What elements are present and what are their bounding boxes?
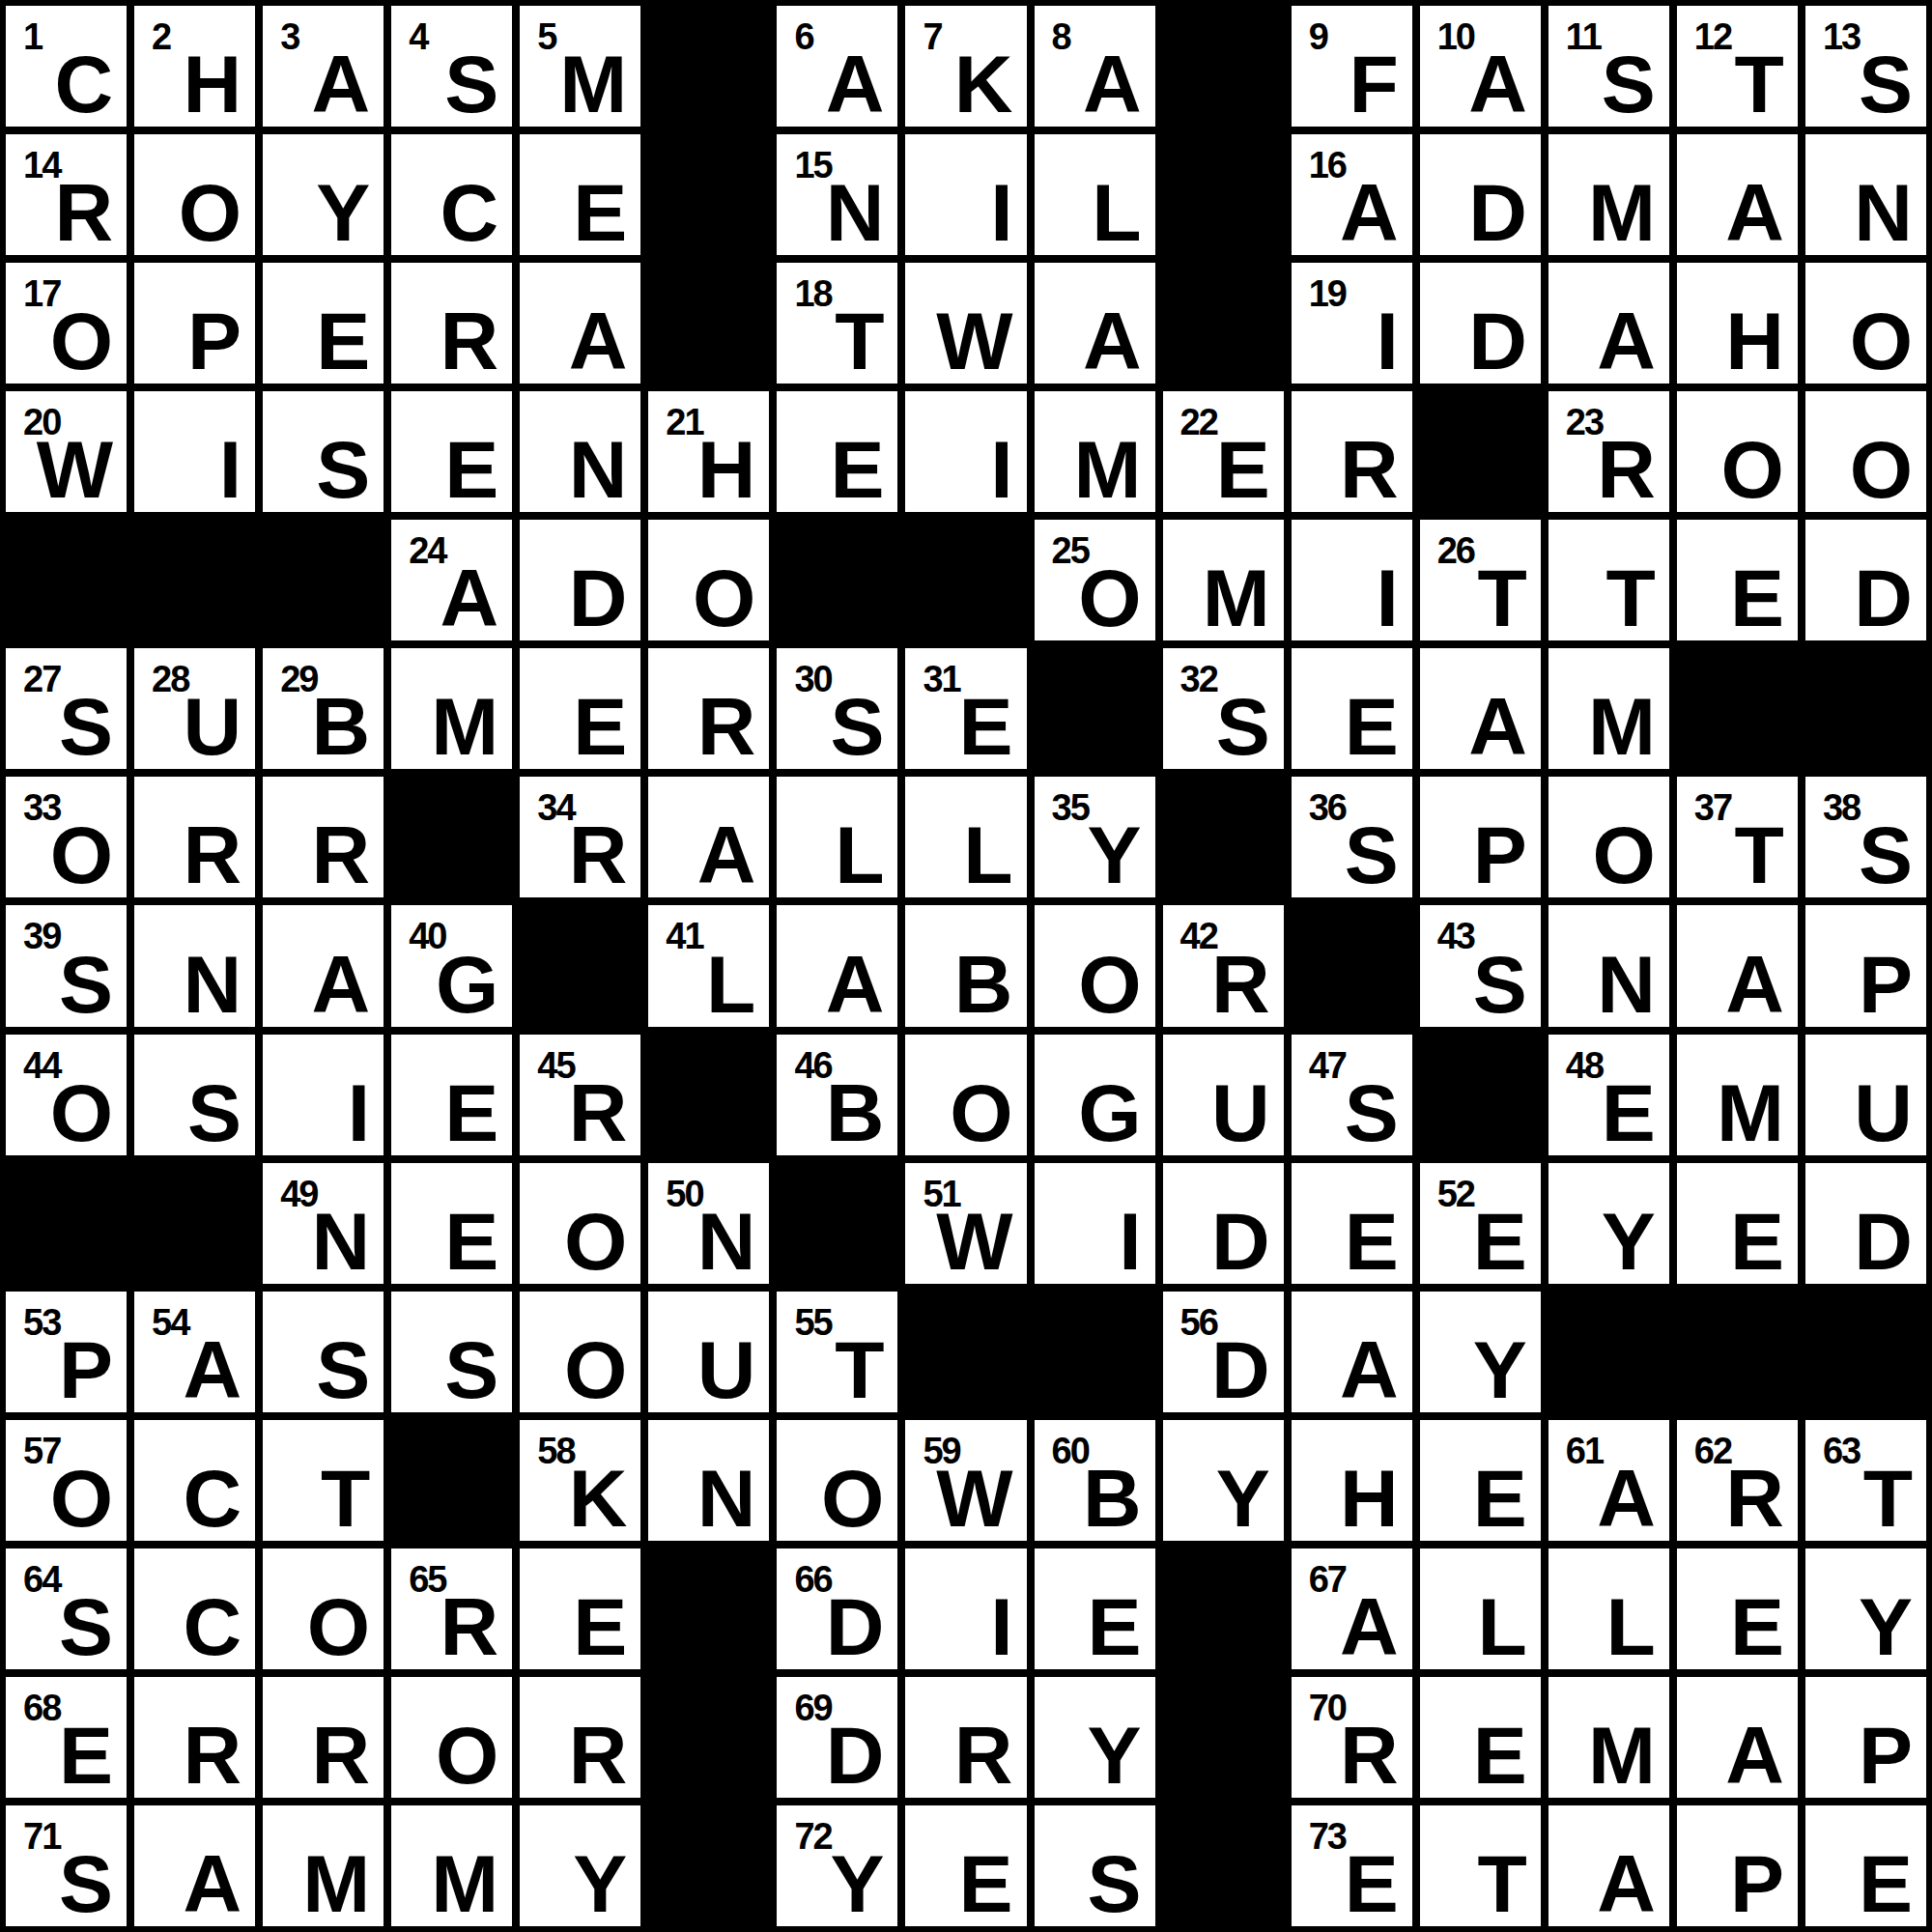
cell-r14c1[interactable]: 68E [6,1677,127,1798]
cell-r9c3[interactable]: I [263,1035,384,1155]
cell-r3c9[interactable]: A [1035,263,1155,384]
cell-letter: A [1468,43,1527,125]
clue-number: 9 [1309,18,1327,55]
cell-r5c15[interactable]: D [1805,520,1926,640]
clue-number: 36 [1309,789,1346,826]
cell-r3c8[interactable]: W [905,263,1026,384]
cell-letter: M [1588,172,1656,253]
cell-letter: E [1216,429,1270,510]
cell-r8c2[interactable]: N [134,905,255,1026]
cell-r4c9[interactable]: M [1035,391,1155,512]
cell-r1c9[interactable]: 8A [1035,6,1155,127]
cell-r8c4[interactable]: 40G [391,905,512,1026]
cell-r13c12[interactable]: L [1420,1548,1541,1669]
cell-letter: T [1477,1843,1526,1924]
cell-r7c9[interactable]: 35Y [1035,777,1155,897]
clue-number: 22 [1180,404,1217,440]
cell-letter: A [1468,686,1527,767]
cell-r15c9[interactable]: S [1035,1805,1155,1926]
cell-letter: E [573,686,627,767]
cell-letter: E [1730,1586,1784,1667]
cell-letter: S [59,686,113,767]
cell-r9c7[interactable]: 46B [777,1035,897,1155]
cell-r9c1[interactable]: 44O [6,1035,127,1155]
black-cell-r11c8 [905,1292,1026,1412]
cell-r10c15[interactable]: D [1805,1163,1926,1284]
black-cell-r5c7 [777,520,897,640]
cell-r7c12[interactable]: P [1420,777,1541,897]
cell-r8c10[interactable]: 42R [1163,905,1284,1026]
cell-r11c3[interactable]: S [263,1292,384,1412]
black-cell-r10c1 [6,1163,127,1284]
cell-r5c12[interactable]: 26T [1420,520,1541,640]
cell-r2c2[interactable]: O [134,134,255,255]
cell-r13c3[interactable]: O [263,1548,384,1669]
cell-r15c11[interactable]: 73E [1292,1805,1412,1926]
cell-r8c1[interactable]: 39S [6,905,127,1026]
cell-r3c1[interactable]: 17O [6,263,127,384]
cell-r7c7[interactable]: L [777,777,897,897]
cell-letter: S [444,1329,498,1410]
cell-letter: S [59,1586,113,1667]
cell-r15c3[interactable]: M [263,1805,384,1926]
cell-r1c3[interactable]: 3A [263,6,384,127]
cell-r4c11[interactable]: R [1292,391,1412,512]
cell-letter: S [187,1072,241,1153]
cell-letter: D [569,557,628,639]
cell-letter: D [1468,300,1527,382]
cell-r6c13[interactable]: M [1548,648,1669,769]
cell-letter: R [1211,944,1270,1025]
cell-letter: N [569,429,628,510]
clue-number: 26 [1437,532,1474,569]
cell-letter: T [1735,43,1784,125]
cell-letter: Y [573,1843,627,1924]
cell-letter: S [1345,814,1399,895]
cell-r4c14[interactable]: O [1677,391,1798,512]
cell-r2c11[interactable]: 16A [1292,134,1412,255]
cell-r7c5[interactable]: 34R [520,777,640,897]
cell-r7c3[interactable]: R [263,777,384,897]
cell-letter: S [316,1329,370,1410]
cell-r9c2[interactable]: S [134,1035,255,1155]
cell-r8c6[interactable]: 41L [648,905,769,1026]
cell-letter: I [990,429,1012,510]
cell-letter: P [1730,1843,1784,1924]
cell-r15c7[interactable]: 72Y [777,1805,897,1926]
cell-r13c4[interactable]: 65R [391,1548,512,1669]
cell-letter: S [1473,944,1527,1025]
cell-r3c15[interactable]: O [1805,263,1926,384]
cell-r5c6[interactable]: O [648,520,769,640]
cell-r12c6[interactable]: N [648,1420,769,1541]
cell-letter: O [950,1072,1012,1153]
cell-r5c9[interactable]: 25O [1035,520,1155,640]
black-cell-r5c1 [6,520,127,640]
cell-r7c11[interactable]: 36S [1292,777,1412,897]
cell-letter: E [830,429,884,510]
cell-r9c8[interactable]: O [905,1035,1026,1155]
cell-r5c14[interactable]: E [1677,520,1798,640]
cell-r13c5[interactable]: E [520,1548,640,1669]
cell-r6c12[interactable]: A [1420,648,1541,769]
cell-r8c7[interactable]: A [777,905,897,1026]
cell-r10c8[interactable]: 51W [905,1163,1026,1284]
cell-r11c7[interactable]: 55T [777,1292,897,1412]
cell-r15c13[interactable]: A [1548,1805,1669,1926]
cell-r1c1[interactable]: 1C [6,6,127,127]
cell-r14c4[interactable]: O [391,1677,512,1798]
cell-r15c1[interactable]: 71S [6,1805,127,1926]
cell-r3c4[interactable]: R [391,263,512,384]
cell-r1c4[interactable]: 4S [391,6,512,127]
cell-r2c12[interactable]: D [1420,134,1541,255]
cell-r1c15[interactable]: 13S [1805,6,1926,127]
cell-r1c11[interactable]: 9F [1292,6,1412,127]
cell-r8c12[interactable]: 43S [1420,905,1541,1026]
cell-letter: E [1345,1201,1399,1282]
cell-r15c14[interactable]: P [1677,1805,1798,1926]
cell-letter: U [1854,1072,1913,1153]
cell-letter: D [1854,1201,1913,1282]
cell-r5c10[interactable]: M [1163,520,1284,640]
cell-r13c7[interactable]: 66D [777,1548,897,1669]
cell-r6c1[interactable]: 27S [6,648,127,769]
cell-r2c1[interactable]: 14R [6,134,127,255]
cell-r13c8[interactable]: I [905,1548,1026,1669]
cell-r2c9[interactable]: L [1035,134,1155,255]
cell-r12c11[interactable]: H [1292,1420,1412,1541]
cell-letter: R [569,814,628,895]
cell-r4c2[interactable]: I [134,391,255,512]
cell-letter: I [1376,300,1398,382]
clue-number: 5 [537,18,555,55]
cell-r1c7[interactable]: 6A [777,6,897,127]
cell-r3c2[interactable]: P [134,263,255,384]
cell-letter: E [1088,1586,1142,1667]
cell-r15c4[interactable]: M [391,1805,512,1926]
black-cell-r6c9 [1035,648,1155,769]
clue-number: 37 [1694,789,1731,826]
cell-r13c1[interactable]: 64S [6,1548,127,1669]
cell-r11c5[interactable]: O [520,1292,640,1412]
cell-r6c4[interactable]: M [391,648,512,769]
cell-r14c14[interactable]: A [1677,1677,1798,1798]
cell-letter: M [431,686,498,767]
cell-r9c13[interactable]: 48E [1548,1035,1669,1155]
cell-r11c4[interactable]: S [391,1292,512,1412]
cell-r10c4[interactable]: E [391,1163,512,1284]
clue-number: 39 [23,918,60,954]
cell-r12c10[interactable]: Y [1163,1420,1284,1541]
cell-letter: Y [1216,1458,1270,1539]
clue-number: 27 [23,661,60,697]
cell-r9c5[interactable]: 45R [520,1035,640,1155]
cell-letter: R [183,1715,241,1796]
cell-r11c12[interactable]: Y [1420,1292,1541,1412]
cell-r3c7[interactable]: 18T [777,263,897,384]
cell-letter: B [954,944,1013,1025]
cell-r14c2[interactable]: R [134,1677,255,1798]
cell-r12c3[interactable]: T [263,1420,384,1541]
cell-r8c13[interactable]: N [1548,905,1669,1026]
clue-number: 19 [1309,275,1346,312]
clue-number: 4 [409,18,427,55]
cell-letter: P [1473,814,1527,895]
cell-r8c8[interactable]: B [905,905,1026,1026]
cell-r2c13[interactable]: M [1548,134,1669,255]
cell-letter: A [312,43,371,125]
cell-r12c14[interactable]: 62R [1677,1420,1798,1541]
cell-letter: I [219,429,241,510]
cell-r14c5[interactable]: R [520,1677,640,1798]
cell-letter: S [1859,43,1913,125]
black-cell-r14c6 [648,1677,769,1798]
cell-r11c2[interactable]: 54A [134,1292,255,1412]
cell-letter: R [440,1586,499,1667]
cell-letter: M [302,1843,370,1924]
cell-r7c8[interactable]: L [905,777,1026,897]
cell-r13c14[interactable]: E [1677,1548,1798,1669]
cell-r8c3[interactable]: A [263,905,384,1026]
cell-r9c14[interactable]: M [1677,1035,1798,1155]
cell-letter: M [431,1843,498,1924]
cell-r10c10[interactable]: D [1163,1163,1284,1284]
cell-r4c8[interactable]: I [905,391,1026,512]
cell-letter: L [963,814,1012,895]
cell-r3c3[interactable]: E [263,263,384,384]
cell-letter: H [1340,1458,1399,1539]
cell-letter: T [1863,1458,1913,1539]
cell-r1c5[interactable]: 5M [520,6,640,127]
cell-letter: E [444,429,498,510]
cell-r6c3[interactable]: 29B [263,648,384,769]
cell-letter: N [1597,944,1656,1025]
cell-r4c4[interactable]: E [391,391,512,512]
cell-r2c5[interactable]: E [520,134,640,255]
cell-letter: R [183,814,241,895]
cell-r5c5[interactable]: D [520,520,640,640]
cell-r13c2[interactable]: C [134,1548,255,1669]
cell-r7c6[interactable]: A [648,777,769,897]
cell-r15c5[interactable]: Y [520,1805,640,1926]
cell-letter: D [1211,1201,1270,1282]
cell-r4c15[interactable]: O [1805,391,1926,512]
clue-number: 30 [794,661,831,697]
cell-letter: M [1717,1072,1784,1153]
cell-r4c1[interactable]: 20W [6,391,127,512]
cell-letter: E [1345,1843,1399,1924]
cell-r1c12[interactable]: 10A [1420,6,1541,127]
cell-r4c5[interactable]: N [520,391,640,512]
cell-r10c9[interactable]: I [1035,1163,1155,1284]
cell-r3c13[interactable]: A [1548,263,1669,384]
cell-r1c2[interactable]: 2H [134,6,255,127]
cell-letter: A [826,43,885,125]
clue-number: 43 [1437,918,1474,954]
cell-letter: R [954,1715,1013,1796]
cell-r13c9[interactable]: E [1035,1548,1155,1669]
cell-letter: Y [830,1843,884,1924]
clue-number: 52 [1437,1176,1474,1212]
cell-letter: K [569,1458,628,1539]
cell-r6c6[interactable]: R [648,648,769,769]
cell-r5c13[interactable]: T [1548,520,1669,640]
cell-r2c7[interactable]: 15N [777,134,897,255]
cell-r13c11[interactable]: 67A [1292,1548,1412,1669]
cell-r6c5[interactable]: E [520,648,640,769]
cell-r3c12[interactable]: D [1420,263,1541,384]
cell-letter: B [1083,1458,1142,1539]
cell-r14c11[interactable]: 70R [1292,1677,1412,1798]
cell-letter: A [312,944,371,1025]
cell-r13c15[interactable]: Y [1805,1548,1926,1669]
cell-letter: R [697,686,756,767]
cell-letter: P [1859,944,1913,1025]
cell-r6c7[interactable]: 30S [777,648,897,769]
cell-r14c8[interactable]: R [905,1677,1026,1798]
cell-r4c10[interactable]: 22E [1163,391,1284,512]
cell-r7c1[interactable]: 33O [6,777,127,897]
cell-letter: S [316,429,370,510]
cell-r14c7[interactable]: 69D [777,1677,897,1798]
crossword-board: 1C2H3A4S5M6A7K8A9F10A11S12T13S14ROYCE15N… [0,0,1932,1932]
black-cell-r10c2 [134,1163,255,1284]
cell-r9c4[interactable]: E [391,1035,512,1155]
cell-r5c4[interactable]: 24A [391,520,512,640]
cell-r2c4[interactable]: C [391,134,512,255]
cell-r10c3[interactable]: 49N [263,1163,384,1284]
cell-r6c8[interactable]: 31E [905,648,1026,769]
cell-r10c14[interactable]: E [1677,1163,1798,1284]
cell-letter: E [573,1586,627,1667]
cell-letter: A [1597,1458,1656,1539]
cell-r14c9[interactable]: Y [1035,1677,1155,1798]
cell-r2c3[interactable]: Y [263,134,384,255]
cell-letter: Y [1602,1201,1656,1282]
cell-r12c12[interactable]: E [1420,1420,1541,1541]
cell-r7c2[interactable]: R [134,777,255,897]
cell-r8c15[interactable]: P [1805,905,1926,1026]
cell-letter: N [826,172,885,253]
cell-r14c3[interactable]: R [263,1677,384,1798]
cell-r6c10[interactable]: 32S [1163,648,1284,769]
cell-r11c11[interactable]: A [1292,1292,1412,1412]
cell-letter: D [826,1586,885,1667]
cell-letter: L [1477,1586,1526,1667]
cell-r2c8[interactable]: I [905,134,1026,255]
cell-letter: K [954,43,1013,125]
cell-r9c11[interactable]: 47S [1292,1035,1412,1155]
cell-letter: A [1340,172,1399,253]
cell-r11c10[interactable]: 56D [1163,1292,1284,1412]
cell-r4c7[interactable]: E [777,391,897,512]
cell-letter: E [959,686,1013,767]
cell-r7c14[interactable]: 37T [1677,777,1798,897]
cell-r4c6[interactable]: 21H [648,391,769,512]
clue-number: 72 [794,1818,831,1855]
cell-letter: R [569,1072,628,1153]
cell-r12c1[interactable]: 57O [6,1420,127,1541]
cell-r3c11[interactable]: 19I [1292,263,1412,384]
cell-r11c6[interactable]: U [648,1292,769,1412]
clue-number: 18 [794,275,831,312]
clue-number: 38 [1823,789,1860,826]
cell-r12c9[interactable]: 60B [1035,1420,1155,1541]
cell-r15c12[interactable]: T [1420,1805,1541,1926]
cell-r4c3[interactable]: S [263,391,384,512]
cell-r12c15[interactable]: 63T [1805,1420,1926,1541]
black-cell-r7c4 [391,777,512,897]
cell-r8c9[interactable]: O [1035,905,1155,1026]
cell-r8c14[interactable]: A [1677,905,1798,1026]
cell-r2c15[interactable]: N [1805,134,1926,255]
cell-r10c6[interactable]: 50N [648,1163,769,1284]
cell-r10c11[interactable]: E [1292,1163,1412,1284]
cell-r9c15[interactable]: U [1805,1035,1926,1155]
cell-r10c12[interactable]: 52E [1420,1163,1541,1284]
cell-r3c14[interactable]: H [1677,263,1798,384]
cell-r15c8[interactable]: E [905,1805,1026,1926]
cell-letter: O [1593,814,1656,895]
cell-r15c15[interactable]: E [1805,1805,1926,1926]
cell-r12c2[interactable]: C [134,1420,255,1541]
cell-r6c2[interactable]: 28U [134,648,255,769]
cell-r7c13[interactable]: O [1548,777,1669,897]
cell-letter: C [54,43,113,125]
cell-letter: E [1602,1072,1656,1153]
cell-letter: E [1730,1201,1784,1282]
cell-letter: W [936,300,1012,382]
cell-letter: M [1588,686,1656,767]
cell-letter: R [312,1715,371,1796]
cell-r15c2[interactable]: A [134,1805,255,1926]
cell-letter: S [1345,1072,1399,1153]
cell-r1c14[interactable]: 12T [1677,6,1798,127]
clue-number: 31 [923,661,959,697]
cell-letter: L [1092,172,1141,253]
cell-r14c13[interactable]: M [1548,1677,1669,1798]
cell-r2c14[interactable]: A [1677,134,1798,255]
cell-r3c5[interactable]: A [520,263,640,384]
cell-r10c13[interactable]: Y [1548,1163,1669,1284]
black-cell-r14c10 [1163,1677,1284,1798]
black-cell-r9c12 [1420,1035,1541,1155]
clue-number: 2 [152,18,170,55]
cell-r14c15[interactable]: P [1805,1677,1926,1798]
cell-r1c8[interactable]: 7K [905,6,1026,127]
cell-letter: T [1477,557,1526,639]
cell-r4c13[interactable]: 23R [1548,391,1669,512]
cell-r14c12[interactable]: E [1420,1677,1541,1798]
cell-r10c5[interactable]: O [520,1163,640,1284]
cell-r13c13[interactable]: L [1548,1548,1669,1669]
cell-letter: W [936,1201,1012,1282]
cell-letter: T [321,1458,370,1539]
cell-r9c10[interactable]: U [1163,1035,1284,1155]
cell-letter: U [1211,1072,1270,1153]
cell-r9c9[interactable]: G [1035,1035,1155,1155]
cell-r7c15[interactable]: 38S [1805,777,1926,897]
cell-r11c1[interactable]: 53P [6,1292,127,1412]
cell-r12c5[interactable]: 58K [520,1420,640,1541]
cell-r12c8[interactable]: 59W [905,1420,1026,1541]
cell-r6c11[interactable]: E [1292,648,1412,769]
cell-r1c13[interactable]: 11S [1548,6,1669,127]
cell-r5c11[interactable]: I [1292,520,1412,640]
cell-r12c13[interactable]: 61A [1548,1420,1669,1541]
cell-r12c7[interactable]: O [777,1420,897,1541]
